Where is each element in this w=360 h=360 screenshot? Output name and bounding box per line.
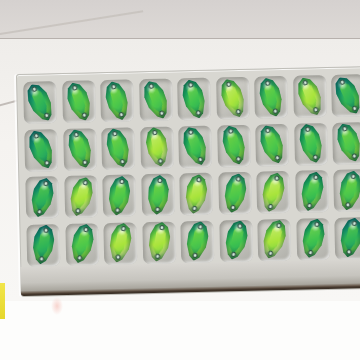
stone-facets: [22, 79, 58, 124]
stone-edge-shading: [218, 123, 249, 167]
stone-facets: [65, 174, 95, 218]
tray-grid: [23, 74, 360, 266]
stone-facets: [256, 75, 287, 119]
stone-edge-shading: [256, 75, 287, 119]
tray-cell: [26, 224, 60, 267]
background-diagonal-edge: [0, 10, 143, 35]
stone-facets: [216, 75, 249, 120]
stone-facets: [179, 76, 210, 120]
stone-facets: [258, 217, 290, 261]
crystal-stone: [106, 221, 134, 264]
crystal-stone: [221, 171, 249, 214]
crystal-stone: [62, 79, 95, 124]
stone-facets: [333, 120, 360, 165]
stitch-hole-bottom: [154, 253, 160, 259]
stone-facets: [295, 121, 326, 165]
crystal-stone: [30, 223, 57, 266]
stone-edge-shading: [216, 75, 249, 120]
crystal-stone: [330, 72, 360, 117]
stone-edge-shading: [24, 127, 58, 172]
stitch-hole-bottom: [114, 207, 120, 213]
tray-cell: [100, 79, 134, 122]
stone-facets: [259, 170, 288, 214]
stitch-hole-top: [301, 79, 307, 85]
tray-cell: [103, 222, 137, 265]
stitch-hole-top: [158, 225, 164, 231]
tray-cell: [295, 170, 329, 213]
stitch-hole-top: [81, 179, 87, 185]
stone-facets: [64, 126, 96, 170]
crystal-stone: [298, 217, 327, 261]
stitch-hole-top: [71, 84, 77, 90]
stitch-hole-bottom: [312, 106, 318, 112]
stone-edge-shading: [103, 126, 134, 170]
stitch-hole-bottom: [229, 204, 235, 210]
stone-facets: [30, 223, 57, 266]
tray-cell: [63, 128, 97, 171]
stone-edge-shading: [297, 169, 326, 213]
crystal-stone: [216, 75, 249, 120]
stone-facets: [336, 168, 360, 211]
tray-cell: [332, 122, 360, 165]
stone-facets: [106, 221, 134, 264]
tray-cell: [296, 217, 330, 260]
stone-facets: [146, 174, 170, 216]
crystal-stone: [256, 75, 287, 119]
crystal-stone: [103, 126, 134, 170]
stitch-hole-top: [312, 174, 318, 180]
crystal-stone: [67, 222, 96, 266]
crystal-stone: [179, 76, 210, 120]
tray-cell: [294, 123, 328, 166]
crystal-stone: [221, 218, 250, 262]
tray-cell: [23, 81, 57, 124]
stitch-hole-bottom: [158, 110, 164, 116]
stone-facets: [183, 219, 211, 262]
crystal-stone: [337, 216, 360, 259]
stitch-hole-bottom: [234, 108, 240, 114]
crystal-tray: [16, 66, 360, 297]
pink-reflection-smudge: [51, 297, 63, 315]
tray-cell: [216, 77, 250, 120]
tray-cell: [102, 174, 136, 217]
stone-facets: [106, 174, 133, 217]
stitch-hole-bottom: [305, 202, 311, 208]
stone-facets: [103, 126, 134, 170]
crystal-stone: [142, 125, 170, 168]
tray-cell: [142, 221, 176, 264]
tray-cell: [64, 175, 98, 218]
crystal-stone: [28, 175, 57, 219]
stone-edge-shading: [330, 72, 360, 117]
crystal-stone: [139, 77, 173, 122]
stitch-hole-top: [234, 175, 240, 181]
stitch-hole-bottom: [191, 205, 197, 211]
tray-cell: [101, 127, 135, 170]
crystal-stone: [292, 73, 326, 118]
crystal-stone: [336, 168, 360, 211]
crystal-stone: [64, 126, 96, 170]
tray-cell: [177, 78, 211, 121]
tray-cell: [65, 223, 99, 266]
tray-cell: [255, 123, 289, 166]
stone-edge-shading: [139, 77, 173, 122]
stone-facets: [297, 169, 326, 213]
stone-facets: [62, 79, 95, 124]
tray-cell: [293, 75, 327, 118]
crystal-stone: [24, 127, 58, 172]
stone-facets: [139, 77, 173, 122]
stitch-hole-bottom: [154, 206, 159, 211]
tray-cell: [62, 80, 96, 123]
stone-edge-shading: [67, 222, 96, 266]
stone-facets: [330, 72, 360, 117]
background-wall-band: [0, 0, 360, 39]
stitch-hole-bottom: [74, 207, 80, 213]
yellow-object-sliver: [0, 283, 5, 319]
stone-facets: [179, 124, 212, 169]
stone-facets: [183, 172, 210, 215]
crystal-stone: [183, 219, 211, 262]
crystal-stone: [258, 217, 290, 261]
crystal-stone: [183, 172, 210, 215]
crystal-stone: [106, 174, 133, 217]
tray-cell: [218, 172, 252, 215]
crystal-stone: [145, 221, 172, 264]
stone-facets: [221, 171, 249, 214]
stitch-hole-top: [147, 83, 153, 89]
stitch-hole-top: [350, 173, 356, 179]
crystal-stone: [259, 170, 288, 214]
stone-facets: [298, 217, 327, 261]
tray-cell: [141, 174, 175, 217]
tray-cell: [25, 176, 59, 219]
crystal-stone: [102, 78, 133, 122]
stone-edge-shading: [64, 126, 96, 170]
tray-cell: [180, 220, 214, 263]
stone-facets: [142, 125, 170, 168]
stone-facets: [102, 78, 133, 122]
tray-cell: [140, 126, 174, 169]
stitch-hole-top: [119, 178, 125, 184]
tray-cell: [217, 124, 251, 167]
tray-cell: [256, 171, 290, 214]
stitch-hole-bottom: [80, 112, 86, 118]
crystal-stone: [218, 123, 249, 167]
stone-edge-shading: [102, 78, 133, 122]
crystal-stone: [65, 174, 95, 218]
tray-cell: [333, 169, 360, 212]
stone-edge-shading: [258, 217, 290, 261]
stitch-hole-top: [156, 177, 161, 182]
stitch-hole-top: [225, 81, 231, 87]
stone-facets: [221, 218, 250, 262]
crystal-stone: [333, 120, 360, 165]
stone-facets: [145, 221, 172, 264]
stone-edge-shading: [65, 174, 95, 218]
stone-edge-shading: [295, 121, 326, 165]
stone-edge-shading: [298, 217, 327, 261]
tray-cell: [254, 76, 288, 119]
stone-facets: [67, 222, 96, 266]
stone-edge-shading: [221, 218, 250, 262]
crystal-stone: [295, 121, 326, 165]
stone-edge-shading: [256, 122, 289, 167]
tray-cell: [331, 74, 360, 117]
crystal-stone: [297, 169, 326, 213]
stone-facets: [256, 122, 289, 167]
tray-cell: [257, 218, 291, 261]
tray-cell: [219, 219, 253, 262]
tray-cell: [139, 79, 173, 122]
stone-edge-shading: [62, 79, 95, 124]
stone-facets: [337, 216, 360, 259]
stone-edge-shading: [179, 76, 210, 120]
stitch-hole-top: [196, 176, 202, 182]
crystal-stone: [256, 122, 289, 167]
tray-cell: [24, 129, 58, 172]
crystal-stone: [22, 79, 58, 124]
stone-facets: [292, 73, 326, 118]
stone-facets: [28, 175, 57, 219]
tray-cell: [179, 173, 213, 216]
stone-facets: [24, 127, 58, 172]
crystal-stone: [146, 174, 170, 216]
photo-scene: { "scene": { "type": "photograph", "desc…: [0, 0, 360, 360]
stitch-hole-bottom: [157, 158, 163, 164]
tray-cell: [334, 217, 360, 260]
stone-facets: [218, 123, 249, 167]
crystal-stone: [179, 124, 212, 169]
stone-edge-shading: [22, 79, 58, 124]
stone-edge-shading: [179, 124, 212, 169]
tray-cell: [178, 125, 212, 168]
stitch-hole-bottom: [345, 201, 351, 207]
stone-edge-shading: [292, 73, 326, 118]
